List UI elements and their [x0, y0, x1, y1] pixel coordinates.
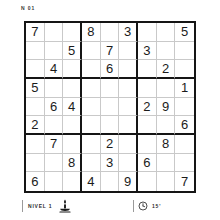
- cell-r3c9[interactable]: [175, 60, 194, 79]
- cell-r9c2[interactable]: [45, 172, 64, 191]
- cell-r8c2[interactable]: [45, 154, 64, 173]
- level-label: NIVEL 1: [28, 203, 52, 209]
- cell-r5c6[interactable]: [119, 98, 138, 117]
- cell-r6c2[interactable]: [45, 116, 64, 135]
- divider-line: [22, 200, 23, 212]
- cell-r2c3: 5: [63, 42, 82, 61]
- cell-r7c5: 2: [101, 135, 120, 154]
- cell-r7c4[interactable]: [82, 135, 101, 154]
- cell-r3c3[interactable]: [63, 60, 82, 79]
- cell-r2c9[interactable]: [175, 42, 194, 61]
- cell-r6c1: 2: [26, 116, 45, 135]
- puzzle-number: N 01: [21, 5, 35, 11]
- cell-r6c9: 6: [175, 116, 194, 135]
- cell-r4c2[interactable]: [45, 79, 64, 98]
- cell-r2c8[interactable]: [157, 42, 176, 61]
- cell-r6c8[interactable]: [157, 116, 176, 135]
- cell-r2c4[interactable]: [82, 42, 101, 61]
- cell-r1c9: 5: [175, 23, 194, 42]
- sudoku-board: 7835573462516429267288366497: [24, 21, 196, 193]
- level-indicator: NIVEL 1: [22, 197, 73, 215]
- cell-r7c7[interactable]: [138, 135, 157, 154]
- cell-r8c1[interactable]: [26, 154, 45, 173]
- cell-r7c3[interactable]: [63, 135, 82, 154]
- cell-r6c4[interactable]: [82, 116, 101, 135]
- cell-r3c2: 4: [45, 60, 64, 79]
- cell-r5c8: 9: [157, 98, 176, 117]
- cell-r9c7[interactable]: [138, 172, 157, 191]
- candle-icon: [57, 198, 73, 214]
- cell-r7c2: 7: [45, 135, 64, 154]
- time-indicator: 15': [133, 199, 161, 213]
- cell-r5c2: 6: [45, 98, 64, 117]
- cell-r4c1: 5: [26, 79, 45, 98]
- cell-r3c5: 6: [101, 60, 120, 79]
- cell-r7c1[interactable]: [26, 135, 45, 154]
- cell-r1c7[interactable]: [138, 23, 157, 42]
- cell-r9c8[interactable]: [157, 172, 176, 191]
- cell-r9c4: 4: [82, 172, 101, 191]
- cell-r6c5[interactable]: [101, 116, 120, 135]
- cell-r8c4[interactable]: [82, 154, 101, 173]
- cell-r6c7[interactable]: [138, 116, 157, 135]
- divider-line: [133, 200, 134, 212]
- cell-r7c6[interactable]: [119, 135, 138, 154]
- cell-r8c6[interactable]: [119, 154, 138, 173]
- cell-r8c3: 8: [63, 154, 82, 173]
- cell-r8c8[interactable]: [157, 154, 176, 173]
- cell-r9c1: 6: [26, 172, 45, 191]
- cell-r4c9: 1: [175, 79, 194, 98]
- cell-r1c6: 3: [119, 23, 138, 42]
- cell-r8c9[interactable]: [175, 154, 194, 173]
- cell-r9c5[interactable]: [101, 172, 120, 191]
- cell-r4c6[interactable]: [119, 79, 138, 98]
- cell-r5c5[interactable]: [101, 98, 120, 117]
- cell-r4c5[interactable]: [101, 79, 120, 98]
- clock-icon: [138, 201, 148, 211]
- cell-r1c5[interactable]: [101, 23, 120, 42]
- cell-r8c5: 3: [101, 154, 120, 173]
- cell-r2c5: 7: [101, 42, 120, 61]
- cell-r2c6[interactable]: [119, 42, 138, 61]
- cell-r5c7: 2: [138, 98, 157, 117]
- cell-r9c6: 9: [119, 172, 138, 191]
- cell-r9c3[interactable]: [63, 172, 82, 191]
- cell-r2c1[interactable]: [26, 42, 45, 61]
- cell-r6c3[interactable]: [63, 116, 82, 135]
- cell-r3c8: 2: [157, 60, 176, 79]
- cell-r1c1: 7: [26, 23, 45, 42]
- cell-r3c4[interactable]: [82, 60, 101, 79]
- cell-r4c8[interactable]: [157, 79, 176, 98]
- cell-r3c1[interactable]: [26, 60, 45, 79]
- cell-r8c7: 6: [138, 154, 157, 173]
- cell-r3c7[interactable]: [138, 60, 157, 79]
- cell-r5c4[interactable]: [82, 98, 101, 117]
- cell-r1c2[interactable]: [45, 23, 64, 42]
- cell-r2c2[interactable]: [45, 42, 64, 61]
- cell-r1c3[interactable]: [63, 23, 82, 42]
- cell-r2c7: 3: [138, 42, 157, 61]
- cell-r4c4[interactable]: [82, 79, 101, 98]
- cell-r1c8[interactable]: [157, 23, 176, 42]
- sudoku-page: N 01 7835573462516429267288366497 NIVEL …: [0, 0, 220, 220]
- cell-r4c3[interactable]: [63, 79, 82, 98]
- cell-r9c9: 7: [175, 172, 194, 191]
- cell-r3c6[interactable]: [119, 60, 138, 79]
- cell-r6c6[interactable]: [119, 116, 138, 135]
- time-label: 15': [152, 203, 161, 209]
- cell-r5c3: 4: [63, 98, 82, 117]
- cell-r5c9[interactable]: [175, 98, 194, 117]
- cell-r1c4: 8: [82, 23, 101, 42]
- cell-r7c8: 8: [157, 135, 176, 154]
- cell-r5c1[interactable]: [26, 98, 45, 117]
- cell-r4c7[interactable]: [138, 79, 157, 98]
- cell-r7c9[interactable]: [175, 135, 194, 154]
